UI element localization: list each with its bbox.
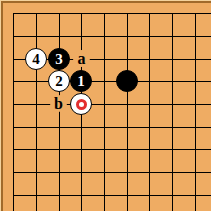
move-number: 2 [55, 74, 63, 89]
black-stone-move-1: 1 [70, 70, 92, 92]
grid-line-horizontal [13, 13, 211, 14]
grid-line-vertical [13, 13, 14, 211]
board-frame-left [1, 1, 3, 211]
grid-line-horizontal [13, 127, 211, 128]
move-number: 3 [55, 52, 63, 67]
go-board-diagram: ab 4321 [0, 0, 211, 211]
grid-line-horizontal [13, 104, 211, 105]
point-label-a: a [73, 50, 90, 67]
white-stone-move-4: 4 [25, 48, 47, 70]
grid-line-horizontal [13, 195, 211, 196]
board-frame-top [1, 1, 211, 3]
point-label-b: b [50, 95, 67, 112]
white-stone-red-circled [70, 93, 92, 115]
grid-line-vertical [59, 13, 60, 211]
grid-line-vertical [104, 13, 105, 211]
move-number: 1 [77, 74, 85, 89]
grid-line-vertical [127, 13, 128, 211]
grid-line-vertical [36, 13, 37, 211]
grid-line-horizontal [13, 36, 211, 37]
grid-line-vertical [172, 13, 173, 211]
black-stone-move-3: 3 [48, 48, 70, 70]
red-circle-marker-icon [76, 99, 87, 110]
black-stone [116, 70, 138, 92]
grid-line-vertical [149, 13, 150, 211]
white-stone-move-2: 2 [48, 70, 70, 92]
move-number: 4 [32, 52, 40, 67]
grid-line-horizontal [13, 172, 211, 173]
grid-line-horizontal [13, 81, 211, 82]
grid-line-vertical [195, 13, 196, 211]
grid-line-horizontal [13, 149, 211, 150]
